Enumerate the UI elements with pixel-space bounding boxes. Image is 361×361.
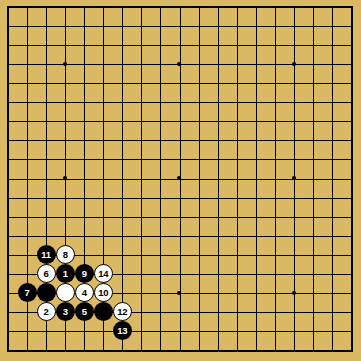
stone-white-10: 10 [94,283,113,302]
hoshi-point [63,176,67,180]
stones-layer: 1186191474102351213 [0,0,361,360]
stone-black [94,302,113,321]
hoshi-point [63,62,67,66]
go-board: 1186191474102351213 [0,0,361,361]
stone-black-11: 11 [37,245,56,264]
stone-white [56,283,75,302]
stone-black-9: 9 [75,264,94,283]
stone-black-7: 7 [18,283,37,302]
stone-white-14: 14 [94,264,113,283]
stone-black-13: 13 [113,321,132,340]
stone-white-12: 12 [113,302,132,321]
hoshi-point [292,176,296,180]
stone-black-1: 1 [56,264,75,283]
stone-black-5: 5 [75,302,94,321]
hoshi-point [292,291,296,295]
stone-white-6: 6 [37,264,56,283]
stone-black [37,283,56,302]
stone-white-4: 4 [75,283,94,302]
hoshi-point [292,62,296,66]
hoshi-point [177,62,181,66]
stone-white-2: 2 [37,302,56,321]
hoshi-point [177,176,181,180]
stone-white-8: 8 [56,245,75,264]
stone-black-3: 3 [56,302,75,321]
hoshi-point [177,291,181,295]
